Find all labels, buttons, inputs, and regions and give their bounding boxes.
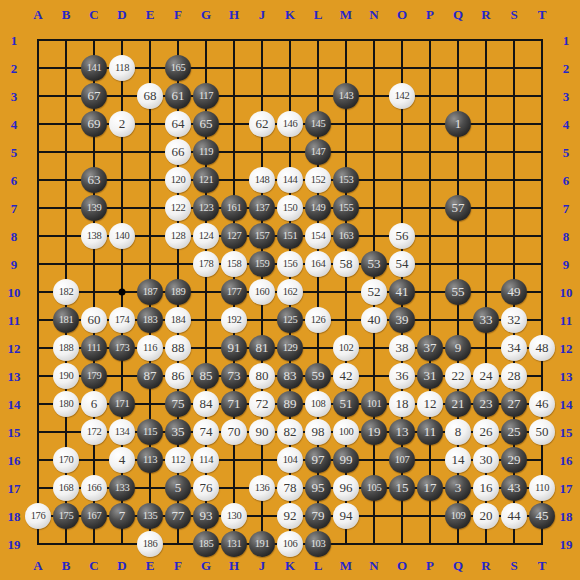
- stone: 126: [305, 307, 331, 333]
- stone: 182: [53, 279, 79, 305]
- row-label-right: 4: [563, 118, 570, 131]
- stone: 144: [277, 167, 303, 193]
- stone: 124: [193, 223, 219, 249]
- stone: 87: [137, 363, 163, 389]
- row-label-left: 11: [8, 314, 20, 327]
- stone: 89: [277, 391, 303, 417]
- row-label-left: 15: [8, 426, 21, 439]
- stone: 109: [445, 503, 471, 529]
- stone: 6: [81, 391, 107, 417]
- row-label-left: 5: [11, 146, 18, 159]
- stone: 167: [81, 503, 107, 529]
- stone: 106: [277, 531, 303, 557]
- stone: 105: [361, 475, 387, 501]
- stone: 14: [445, 447, 471, 473]
- stone: 30: [473, 447, 499, 473]
- stone: 165: [165, 55, 191, 81]
- row-label-right: 14: [560, 398, 573, 411]
- row-label-right: 2: [563, 62, 570, 75]
- stone: 36: [389, 363, 415, 389]
- stone: 19: [361, 419, 387, 445]
- stone: 81: [249, 335, 275, 361]
- go-board-diagram: AABBCCDDEEFFGGHHJJKKLLMMNNOOPPQQRRSSTT11…: [0, 0, 580, 580]
- row-label-left: 3: [11, 90, 18, 103]
- stone: 134: [109, 419, 135, 445]
- row-label-right: 16: [560, 454, 573, 467]
- stone: 152: [305, 167, 331, 193]
- column-label-bottom: L: [314, 559, 323, 572]
- stone: 4: [109, 447, 135, 473]
- stone: 147: [305, 139, 331, 165]
- column-label-top: H: [229, 8, 239, 21]
- row-label-left: 4: [11, 118, 18, 131]
- stone: 1: [445, 111, 471, 137]
- stone: 100: [333, 419, 359, 445]
- stone: 72: [249, 391, 275, 417]
- stone: 31: [417, 363, 443, 389]
- stone: 82: [277, 419, 303, 445]
- stone: 146: [277, 111, 303, 137]
- stone: 113: [137, 447, 163, 473]
- stone: 52: [361, 279, 387, 305]
- stone: 92: [277, 503, 303, 529]
- stone: 190: [53, 363, 79, 389]
- stone: 173: [109, 335, 135, 361]
- stone: 166: [81, 475, 107, 501]
- row-label-left: 8: [11, 230, 18, 243]
- stone: 70: [221, 419, 247, 445]
- stone: 84: [193, 391, 219, 417]
- row-label-right: 6: [563, 174, 570, 187]
- stone: 128: [165, 223, 191, 249]
- column-label-bottom: Q: [453, 559, 463, 572]
- stone: 54: [389, 251, 415, 277]
- stone: 114: [193, 447, 219, 473]
- stone: 65: [193, 111, 219, 137]
- column-label-bottom: M: [340, 559, 352, 572]
- stone: 67: [81, 83, 107, 109]
- stone: 20: [473, 503, 499, 529]
- column-label-top: F: [174, 8, 182, 21]
- stone: 28: [501, 363, 527, 389]
- stone: 143: [333, 83, 359, 109]
- stone: 26: [473, 419, 499, 445]
- stone: 164: [305, 251, 331, 277]
- column-label-top: R: [481, 8, 490, 21]
- stone: 68: [137, 83, 163, 109]
- stone: 66: [165, 139, 191, 165]
- column-label-bottom: D: [117, 559, 126, 572]
- column-label-bottom: J: [259, 559, 266, 572]
- stone: 107: [389, 447, 415, 473]
- column-label-bottom: G: [201, 559, 211, 572]
- stone: 74: [193, 419, 219, 445]
- stone: 27: [501, 391, 527, 417]
- stone: 83: [277, 363, 303, 389]
- stone: 63: [81, 167, 107, 193]
- stone: 77: [165, 503, 191, 529]
- stone: 17: [417, 475, 443, 501]
- stone: 50: [529, 419, 555, 445]
- row-label-right: 18: [560, 510, 573, 523]
- stone: 21: [445, 391, 471, 417]
- stone: 75: [165, 391, 191, 417]
- stone: 121: [193, 167, 219, 193]
- stone: 88: [165, 335, 191, 361]
- row-label-right: 10: [560, 286, 573, 299]
- stone: 55: [445, 279, 471, 305]
- stone: 98: [305, 419, 331, 445]
- stone: 185: [193, 531, 219, 557]
- column-label-bottom: A: [33, 559, 42, 572]
- stone: 171: [109, 391, 135, 417]
- row-label-left: 16: [8, 454, 21, 467]
- column-label-top: T: [538, 8, 547, 21]
- stone: 168: [53, 475, 79, 501]
- stone: 60: [81, 307, 107, 333]
- row-label-left: 9: [11, 258, 18, 271]
- stone: 153: [333, 167, 359, 193]
- stone: 159: [249, 251, 275, 277]
- row-label-left: 18: [8, 510, 21, 523]
- stone: 16: [473, 475, 499, 501]
- stone: 8: [445, 419, 471, 445]
- row-label-left: 2: [11, 62, 18, 75]
- stone: 191: [249, 531, 275, 557]
- column-label-bottom: T: [538, 559, 547, 572]
- stone: 18: [389, 391, 415, 417]
- stone: 5: [165, 475, 191, 501]
- stone: 139: [81, 195, 107, 221]
- stone: 58: [333, 251, 359, 277]
- stone: 186: [137, 531, 163, 557]
- column-label-top: M: [340, 8, 352, 21]
- stone: 22: [445, 363, 471, 389]
- stone: 148: [249, 167, 275, 193]
- column-label-top: K: [285, 8, 295, 21]
- stone: 24: [473, 363, 499, 389]
- stone: 119: [193, 139, 219, 165]
- stone: 137: [249, 195, 275, 221]
- stone: 76: [193, 475, 219, 501]
- stone: 154: [305, 223, 331, 249]
- stone: 120: [165, 167, 191, 193]
- stone: 79: [305, 503, 331, 529]
- stone: 180: [53, 391, 79, 417]
- stone: 42: [333, 363, 359, 389]
- stone: 95: [305, 475, 331, 501]
- stone: 64: [165, 111, 191, 137]
- stone: 188: [53, 335, 79, 361]
- stone: 93: [193, 503, 219, 529]
- stone: 125: [277, 307, 303, 333]
- stone: 80: [249, 363, 275, 389]
- stone: 150: [277, 195, 303, 221]
- stone: 78: [277, 475, 303, 501]
- row-label-left: 1: [11, 34, 18, 47]
- stone: 112: [165, 447, 191, 473]
- column-label-top: D: [117, 8, 126, 21]
- stone: 187: [137, 279, 163, 305]
- stone: 116: [137, 335, 163, 361]
- stone: 108: [305, 391, 331, 417]
- stone: 130: [221, 503, 247, 529]
- stone: 25: [501, 419, 527, 445]
- column-label-bottom: P: [426, 559, 434, 572]
- stone: 177: [221, 279, 247, 305]
- row-label-right: 17: [560, 482, 573, 495]
- stone: 45: [529, 503, 555, 529]
- stone: 69: [81, 111, 107, 137]
- stone: 101: [361, 391, 387, 417]
- stone: 9: [445, 335, 471, 361]
- column-label-top: J: [259, 8, 266, 21]
- stone: 151: [277, 223, 303, 249]
- stone: 145: [305, 111, 331, 137]
- row-label-right: 5: [563, 146, 570, 159]
- stone: 141: [81, 55, 107, 81]
- stone: 192: [221, 307, 247, 333]
- stone: 2: [109, 111, 135, 137]
- row-label-right: 8: [563, 230, 570, 243]
- stone: 86: [165, 363, 191, 389]
- row-label-right: 15: [560, 426, 573, 439]
- stone: 131: [221, 531, 247, 557]
- stone: 38: [389, 335, 415, 361]
- stone: 44: [501, 503, 527, 529]
- column-label-bottom: O: [397, 559, 407, 572]
- stone: 161: [221, 195, 247, 221]
- stone: 49: [501, 279, 527, 305]
- stone: 73: [221, 363, 247, 389]
- row-label-left: 19: [8, 538, 21, 551]
- stone: 41: [389, 279, 415, 305]
- stone: 136: [249, 475, 275, 501]
- row-label-left: 10: [8, 286, 21, 299]
- stone: 138: [81, 223, 107, 249]
- stone: 13: [389, 419, 415, 445]
- stone: 94: [333, 503, 359, 529]
- stone: 15: [389, 475, 415, 501]
- stone: 158: [221, 251, 247, 277]
- stone: 3: [445, 475, 471, 501]
- column-label-bottom: K: [285, 559, 295, 572]
- column-label-bottom: F: [174, 559, 182, 572]
- column-label-bottom: N: [369, 559, 378, 572]
- stone: 33: [473, 307, 499, 333]
- stone: 57: [445, 195, 471, 221]
- stone: 189: [165, 279, 191, 305]
- stone: 53: [361, 251, 387, 277]
- stone: 48: [529, 335, 555, 361]
- stone: 156: [277, 251, 303, 277]
- stone: 11: [417, 419, 443, 445]
- column-label-top: P: [426, 8, 434, 21]
- stone: 71: [221, 391, 247, 417]
- stone: 61: [165, 83, 191, 109]
- stone: 111: [81, 335, 107, 361]
- stone: 39: [389, 307, 415, 333]
- stone: 46: [529, 391, 555, 417]
- stone: 135: [137, 503, 163, 529]
- stone: 149: [305, 195, 331, 221]
- stone: 176: [25, 503, 51, 529]
- stone: 133: [109, 475, 135, 501]
- stone: 37: [417, 335, 443, 361]
- stone: 163: [333, 223, 359, 249]
- column-label-top: S: [510, 8, 517, 21]
- stone: 115: [137, 419, 163, 445]
- stone: 142: [389, 83, 415, 109]
- column-label-top: B: [62, 8, 71, 21]
- stone: 59: [305, 363, 331, 389]
- stone: 179: [81, 363, 107, 389]
- column-label-top: L: [314, 8, 323, 21]
- stone: 110: [529, 475, 555, 501]
- row-label-left: 13: [8, 370, 21, 383]
- stone: 172: [81, 419, 107, 445]
- column-label-bottom: E: [146, 559, 155, 572]
- stone: 35: [165, 419, 191, 445]
- stone: 174: [109, 307, 135, 333]
- row-label-right: 11: [560, 314, 572, 327]
- stone: 29: [501, 447, 527, 473]
- stone: 183: [137, 307, 163, 333]
- star-point: [119, 289, 126, 296]
- column-label-bottom: R: [481, 559, 490, 572]
- row-label-right: 19: [560, 538, 573, 551]
- column-label-top: G: [201, 8, 211, 21]
- row-label-left: 12: [8, 342, 21, 355]
- column-label-top: O: [397, 8, 407, 21]
- stone: 104: [277, 447, 303, 473]
- stone: 140: [109, 223, 135, 249]
- row-label-right: 9: [563, 258, 570, 271]
- row-label-left: 17: [8, 482, 21, 495]
- column-label-bottom: S: [510, 559, 517, 572]
- column-label-bottom: C: [89, 559, 98, 572]
- stone: 62: [249, 111, 275, 137]
- row-label-right: 7: [563, 202, 570, 215]
- stone: 181: [53, 307, 79, 333]
- stone: 175: [53, 503, 79, 529]
- stone: 85: [193, 363, 219, 389]
- stone: 12: [417, 391, 443, 417]
- column-label-top: E: [146, 8, 155, 21]
- stone: 43: [501, 475, 527, 501]
- stone: 170: [53, 447, 79, 473]
- row-label-right: 12: [560, 342, 573, 355]
- stone: 51: [333, 391, 359, 417]
- stone: 97: [305, 447, 331, 473]
- stone: 162: [277, 279, 303, 305]
- column-label-bottom: B: [62, 559, 71, 572]
- column-label-top: C: [89, 8, 98, 21]
- stone: 184: [165, 307, 191, 333]
- stone: 129: [277, 335, 303, 361]
- stone: 118: [109, 55, 135, 81]
- stone: 7: [109, 503, 135, 529]
- stone: 99: [333, 447, 359, 473]
- stone: 90: [249, 419, 275, 445]
- stone: 123: [193, 195, 219, 221]
- column-label-top: A: [33, 8, 42, 21]
- stone: 102: [333, 335, 359, 361]
- stone: 34: [501, 335, 527, 361]
- stone: 117: [193, 83, 219, 109]
- stone: 103: [305, 531, 331, 557]
- stone: 56: [389, 223, 415, 249]
- row-label-left: 6: [11, 174, 18, 187]
- stone: 122: [165, 195, 191, 221]
- stone: 91: [221, 335, 247, 361]
- stone: 127: [221, 223, 247, 249]
- row-label-left: 7: [11, 202, 18, 215]
- stone: 32: [501, 307, 527, 333]
- column-label-top: Q: [453, 8, 463, 21]
- stone: 160: [249, 279, 275, 305]
- column-label-top: N: [369, 8, 378, 21]
- row-label-left: 14: [8, 398, 21, 411]
- stone: 178: [193, 251, 219, 277]
- stone: 155: [333, 195, 359, 221]
- stone: 157: [249, 223, 275, 249]
- stone: 40: [361, 307, 387, 333]
- row-label-right: 13: [560, 370, 573, 383]
- row-label-right: 1: [563, 34, 570, 47]
- column-label-bottom: H: [229, 559, 239, 572]
- row-label-right: 3: [563, 90, 570, 103]
- stone: 23: [473, 391, 499, 417]
- stone: 96: [333, 475, 359, 501]
